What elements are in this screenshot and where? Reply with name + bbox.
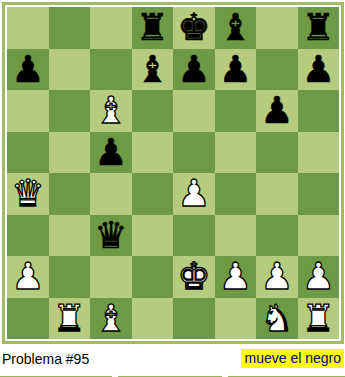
square-e3[interactable] (173, 215, 215, 257)
piece-white-queen: ♛ (11, 173, 44, 214)
square-d3[interactable] (132, 215, 174, 257)
piece-black-pawn: ♟ (219, 49, 252, 90)
piece-black-queen: ♛ (94, 215, 127, 256)
square-h3[interactable] (298, 215, 340, 257)
square-d2[interactable] (132, 256, 174, 298)
piece-black-pawn: ♟ (94, 132, 127, 173)
square-a7[interactable]: ♟ (7, 49, 49, 91)
square-f5[interactable] (215, 132, 257, 174)
square-c6[interactable]: ♝ (90, 90, 132, 132)
square-g5[interactable] (256, 132, 298, 174)
square-f1[interactable] (215, 298, 257, 340)
square-f8[interactable]: ♝ (215, 7, 257, 49)
chess-board: ♜♚♝♜♟♝♟♟♟♝♟♟♛♟♛♟♚♟♟♟♜♝♞♜ (7, 7, 339, 339)
piece-black-bishop: ♝ (136, 49, 169, 90)
square-e5[interactable] (173, 132, 215, 174)
turn-indicator-badge: mueve el negro (241, 349, 344, 368)
square-c4[interactable] (90, 173, 132, 215)
square-c3[interactable]: ♛ (90, 215, 132, 257)
square-a5[interactable] (7, 132, 49, 174)
piece-white-pawn: ♟ (177, 173, 210, 214)
square-d6[interactable] (132, 90, 174, 132)
square-b1[interactable]: ♜ (49, 298, 91, 340)
square-e7[interactable]: ♟ (173, 49, 215, 91)
square-c7[interactable] (90, 49, 132, 91)
square-g3[interactable] (256, 215, 298, 257)
square-b8[interactable] (49, 7, 91, 49)
square-g7[interactable] (256, 49, 298, 91)
square-e8[interactable]: ♚ (173, 7, 215, 49)
square-c5[interactable]: ♟ (90, 132, 132, 174)
piece-black-rook: ♜ (302, 7, 335, 48)
square-a8[interactable] (7, 7, 49, 49)
board-frame: ♜♚♝♜♟♝♟♟♟♝♟♟♛♟♛♟♚♟♟♟♜♝♞♜ (2, 2, 344, 344)
square-c1[interactable]: ♝ (90, 298, 132, 340)
square-d5[interactable] (132, 132, 174, 174)
piece-white-rook: ♜ (302, 298, 335, 339)
square-b3[interactable] (49, 215, 91, 257)
square-f3[interactable] (215, 215, 257, 257)
square-f6[interactable] (215, 90, 257, 132)
square-h5[interactable] (298, 132, 340, 174)
square-a6[interactable] (7, 90, 49, 132)
square-e4[interactable]: ♟ (173, 173, 215, 215)
square-h4[interactable] (298, 173, 340, 215)
square-h2[interactable]: ♟ (298, 256, 340, 298)
square-e2[interactable]: ♚ (173, 256, 215, 298)
piece-white-rook: ♜ (53, 298, 86, 339)
piece-black-pawn: ♟ (302, 49, 335, 90)
square-b2[interactable] (49, 256, 91, 298)
square-a4[interactable]: ♛ (7, 173, 49, 215)
square-b7[interactable] (49, 49, 91, 91)
piece-black-rook: ♜ (136, 7, 169, 48)
piece-black-pawn: ♟ (260, 90, 293, 131)
square-e1[interactable] (173, 298, 215, 340)
square-c2[interactable] (90, 256, 132, 298)
square-d4[interactable] (132, 173, 174, 215)
piece-white-king: ♚ (177, 256, 210, 297)
square-h6[interactable] (298, 90, 340, 132)
square-e6[interactable] (173, 90, 215, 132)
square-b6[interactable] (49, 90, 91, 132)
square-g6[interactable]: ♟ (256, 90, 298, 132)
square-g4[interactable] (256, 173, 298, 215)
square-d7[interactable]: ♝ (132, 49, 174, 91)
chess-problem-page: ♜♚♝♜♟♝♟♟♟♝♟♟♛♟♛♟♚♟♟♟♜♝♞♜ Problema #95 mu… (0, 2, 345, 377)
square-f4[interactable] (215, 173, 257, 215)
square-b5[interactable] (49, 132, 91, 174)
footer: Problema #95 mueve el negro (0, 344, 345, 369)
piece-white-bishop: ♝ (94, 90, 127, 131)
square-g2[interactable]: ♟ (256, 256, 298, 298)
problem-label: Problema #95 (2, 351, 89, 367)
piece-white-pawn: ♟ (302, 256, 335, 297)
square-g1[interactable]: ♞ (256, 298, 298, 340)
piece-black-bishop: ♝ (219, 7, 252, 48)
piece-white-pawn: ♟ (11, 256, 44, 297)
piece-white-knight: ♞ (260, 298, 293, 339)
square-a3[interactable] (7, 215, 49, 257)
piece-black-king: ♚ (177, 7, 210, 48)
piece-white-pawn: ♟ (260, 256, 293, 297)
square-h7[interactable]: ♟ (298, 49, 340, 91)
square-g8[interactable] (256, 7, 298, 49)
piece-white-pawn: ♟ (219, 256, 252, 297)
piece-black-pawn: ♟ (11, 49, 44, 90)
piece-black-pawn: ♟ (177, 49, 210, 90)
square-h1[interactable]: ♜ (298, 298, 340, 340)
square-a1[interactable] (7, 298, 49, 340)
square-h8[interactable]: ♜ (298, 7, 340, 49)
square-b4[interactable] (49, 173, 91, 215)
piece-white-bishop: ♝ (94, 298, 127, 339)
square-d8[interactable]: ♜ (132, 7, 174, 49)
square-a2[interactable]: ♟ (7, 256, 49, 298)
square-f7[interactable]: ♟ (215, 49, 257, 91)
square-d1[interactable] (132, 298, 174, 340)
square-f2[interactable]: ♟ (215, 256, 257, 298)
square-c8[interactable] (90, 7, 132, 49)
